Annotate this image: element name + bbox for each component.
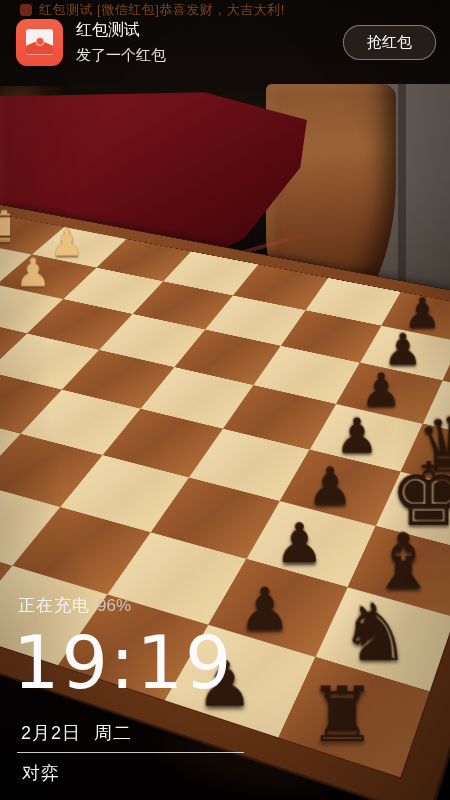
black-pawn: ♟: [307, 460, 353, 512]
red-packet-notification[interactable]: 红包测试 发了一个红包 抢红包: [16, 16, 436, 68]
weekday-label: 周二: [94, 723, 132, 743]
notification-body: 发了一个红包: [76, 46, 166, 65]
square: ♜: [278, 657, 429, 777]
envelope-shape: [26, 29, 53, 55]
notification-app-name: 红包测试: [76, 20, 166, 41]
red-packet-mini-icon: [20, 4, 32, 16]
white-pawn: ♟: [16, 252, 51, 291]
battery-percent: 96%: [97, 596, 131, 615]
white-pawn: ♟: [50, 224, 84, 262]
white-pawn: ♟: [0, 284, 14, 325]
black-pawn: ♟: [275, 516, 324, 571]
lock-screen: ♜♟♟♜♞♟♟♞♝♟♟♝♛♟♟♛♚♟♟♚♝♟♟♝♞♟♟♞♜♟♟♜ 红包测试 [微…: [0, 0, 450, 800]
bottom-app-label: 对弈: [22, 761, 60, 785]
envelope-seal: [35, 37, 44, 46]
charging-label: 正在充电: [18, 596, 90, 615]
bottom-divider: [17, 752, 244, 753]
notification-texts: 红包测试 发了一个红包: [76, 20, 166, 65]
black-rook: ♜: [308, 677, 377, 754]
clock-time: 19:19: [13, 626, 233, 699]
grab-red-packet-button[interactable]: 抢红包: [343, 25, 436, 60]
black-knight: ♞: [340, 592, 411, 671]
date-label: 2月2日: [21, 723, 81, 743]
red-packet-icon: [16, 19, 63, 66]
white-rook: ♜: [0, 205, 24, 248]
date-row: 2月2日周二: [21, 721, 132, 745]
black-pawn: ♟: [239, 579, 292, 638]
charging-status: 正在充电96%: [18, 594, 131, 617]
black-pawn: ♟: [335, 411, 379, 460]
